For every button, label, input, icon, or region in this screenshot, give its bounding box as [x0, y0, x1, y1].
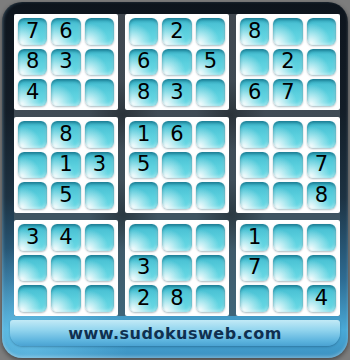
- cell-r9c1[interactable]: [18, 285, 47, 312]
- cell-r6c9: 8: [307, 182, 336, 209]
- cell-r3c4: 8: [129, 79, 158, 106]
- cell-r4c6[interactable]: [196, 121, 225, 148]
- cell-r1c1: 7: [18, 18, 47, 45]
- cell-r2c7[interactable]: [240, 49, 269, 76]
- cell-r6c4[interactable]: [129, 182, 158, 209]
- cell-r7c9[interactable]: [307, 224, 336, 251]
- box-2-1: 8135: [14, 117, 118, 213]
- cell-r2c4: 6: [129, 49, 158, 76]
- cell-r9c5: 8: [162, 285, 191, 312]
- cell-r4c1[interactable]: [18, 121, 47, 148]
- cell-r8c3[interactable]: [85, 255, 114, 282]
- cell-r4c9[interactable]: [307, 121, 336, 148]
- cell-r9c6[interactable]: [196, 285, 225, 312]
- box-3-3: 174: [236, 220, 340, 316]
- cell-r6c5[interactable]: [162, 182, 191, 209]
- cell-r4c4: 1: [129, 121, 158, 148]
- cell-r9c9: 4: [307, 285, 336, 312]
- cell-r7c4[interactable]: [129, 224, 158, 251]
- cell-r3c1: 4: [18, 79, 47, 106]
- cell-r3c6[interactable]: [196, 79, 225, 106]
- box-1-3: 8267: [236, 14, 340, 110]
- cell-r6c3[interactable]: [85, 182, 114, 209]
- cell-r9c7[interactable]: [240, 285, 269, 312]
- cell-r6c8[interactable]: [273, 182, 302, 209]
- cell-r9c2[interactable]: [51, 285, 80, 312]
- cell-r7c7: 1: [240, 224, 269, 251]
- cell-r2c6: 5: [196, 49, 225, 76]
- cell-r7c5[interactable]: [162, 224, 191, 251]
- cell-r5c1[interactable]: [18, 152, 47, 179]
- cell-r5c3: 3: [85, 152, 114, 179]
- cell-r2c1: 8: [18, 49, 47, 76]
- cell-r7c3[interactable]: [85, 224, 114, 251]
- cell-r4c2: 8: [51, 121, 80, 148]
- cell-r1c4[interactable]: [129, 18, 158, 45]
- cell-r2c5[interactable]: [162, 49, 191, 76]
- cell-r3c2[interactable]: [51, 79, 80, 106]
- cell-r3c9[interactable]: [307, 79, 336, 106]
- cell-r3c5: 3: [162, 79, 191, 106]
- cell-r8c5[interactable]: [162, 255, 191, 282]
- sudoku-board: 7683426583826781351657834328174 www.sudo…: [0, 0, 350, 360]
- cell-r1c8[interactable]: [273, 18, 302, 45]
- cell-r2c2: 3: [51, 49, 80, 76]
- cell-r7c1: 3: [18, 224, 47, 251]
- cell-r7c8[interactable]: [273, 224, 302, 251]
- box-3-1: 34: [14, 220, 118, 316]
- cell-r1c5: 2: [162, 18, 191, 45]
- sudoku-grid: 7683426583826781351657834328174: [14, 14, 340, 316]
- box-1-2: 26583: [125, 14, 229, 110]
- box-1-1: 76834: [14, 14, 118, 110]
- cell-r5c8[interactable]: [273, 152, 302, 179]
- cell-r8c9[interactable]: [307, 255, 336, 282]
- cell-r3c3[interactable]: [85, 79, 114, 106]
- cell-r6c7[interactable]: [240, 182, 269, 209]
- box-2-2: 165: [125, 117, 229, 213]
- cell-r2c9[interactable]: [307, 49, 336, 76]
- cell-r4c5: 6: [162, 121, 191, 148]
- box-3-2: 328: [125, 220, 229, 316]
- cell-r5c4: 5: [129, 152, 158, 179]
- cell-r6c2: 5: [51, 182, 80, 209]
- box-2-3: 78: [236, 117, 340, 213]
- cell-r5c2: 1: [51, 152, 80, 179]
- cell-r5c5[interactable]: [162, 152, 191, 179]
- cell-r8c1[interactable]: [18, 255, 47, 282]
- footer-banner: www.sudokusweb.com: [10, 320, 340, 346]
- board-frame: 7683426583826781351657834328174 www.sudo…: [2, 2, 348, 358]
- cell-r8c4: 3: [129, 255, 158, 282]
- cell-r3c8: 7: [273, 79, 302, 106]
- cell-r1c2: 6: [51, 18, 80, 45]
- cell-r8c2[interactable]: [51, 255, 80, 282]
- site-link[interactable]: www.sudokusweb.com: [68, 324, 282, 343]
- cell-r2c3[interactable]: [85, 49, 114, 76]
- cell-r9c8[interactable]: [273, 285, 302, 312]
- cell-r1c9[interactable]: [307, 18, 336, 45]
- cell-r5c9: 7: [307, 152, 336, 179]
- cell-r4c8[interactable]: [273, 121, 302, 148]
- cell-r6c1[interactable]: [18, 182, 47, 209]
- cell-r4c7[interactable]: [240, 121, 269, 148]
- cell-r2c8: 2: [273, 49, 302, 76]
- cell-r6c6[interactable]: [196, 182, 225, 209]
- cell-r1c7: 8: [240, 18, 269, 45]
- cell-r3c7: 6: [240, 79, 269, 106]
- cell-r8c6[interactable]: [196, 255, 225, 282]
- cell-r7c6[interactable]: [196, 224, 225, 251]
- cell-r1c3[interactable]: [85, 18, 114, 45]
- cell-r7c2: 4: [51, 224, 80, 251]
- cell-r5c7[interactable]: [240, 152, 269, 179]
- cell-r9c4: 2: [129, 285, 158, 312]
- cell-r1c6[interactable]: [196, 18, 225, 45]
- cell-r8c8[interactable]: [273, 255, 302, 282]
- cell-r8c7: 7: [240, 255, 269, 282]
- cell-r9c3[interactable]: [85, 285, 114, 312]
- cell-r5c6[interactable]: [196, 152, 225, 179]
- cell-r4c3[interactable]: [85, 121, 114, 148]
